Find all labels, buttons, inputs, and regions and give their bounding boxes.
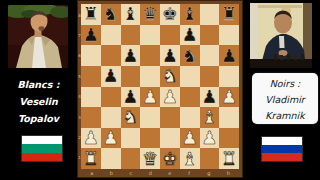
- square-e4: ♟: [160, 87, 180, 108]
- rank-label-2: 2: [78, 127, 81, 147]
- file-label-d: d: [141, 170, 161, 176]
- black-pawn-b5: ♟: [103, 67, 119, 85]
- rank-label-6: 6: [78, 46, 81, 66]
- white-rook-h1: ♜: [221, 150, 237, 168]
- square-e1: ♚: [160, 148, 180, 169]
- square-b1: [101, 148, 121, 169]
- black-bishop-f8: ♝: [182, 5, 198, 23]
- square-c4: ♟: [121, 87, 141, 108]
- square-g6: [200, 45, 220, 66]
- square-f7: ♟: [180, 25, 200, 46]
- square-h4: ♟: [219, 87, 239, 108]
- square-b5: ♟: [101, 66, 121, 87]
- square-d4: ♟: [140, 87, 160, 108]
- file-labels: abcdefgh: [82, 170, 238, 176]
- topalov-portrait-illustration: [8, 5, 68, 68]
- square-h7: [219, 25, 239, 46]
- square-g3: ♝: [200, 107, 220, 128]
- black-knight-f6: ♞: [182, 47, 198, 65]
- board-grid: ♜♞♝♛♚♝♜♟♟♟♟♞♟♟♞♟♟♟♟♟♞♝♟♟♟♟♜♛♚♝♜: [81, 4, 239, 169]
- bulgaria-flag: [22, 136, 62, 161]
- kramnik-portrait-illustration: [250, 3, 312, 68]
- square-f1: ♝: [180, 148, 200, 169]
- black-pawn-c4: ♟: [122, 88, 138, 106]
- black-queen-d8: ♛: [142, 5, 158, 23]
- square-e7: [160, 25, 180, 46]
- black-pawn-f7: ♟: [182, 26, 198, 44]
- square-a5: [81, 66, 101, 87]
- black-player-photo: [250, 3, 312, 68]
- rank-label-1: 1: [78, 148, 81, 168]
- square-b2: ♟: [101, 128, 121, 149]
- file-label-e: e: [160, 170, 180, 176]
- white-last-name: Topalov: [0, 110, 77, 127]
- square-e3: [160, 107, 180, 128]
- file-label-c: c: [121, 170, 141, 176]
- chess-board: 87654321 ♜♞♝♛♚♝♜♟♟♟♟♞♟♟♞♟♟♟♟♟♞♝♟♟♟♟♜♛♚♝♜…: [77, 0, 243, 178]
- white-first-name: Veselin: [0, 93, 77, 110]
- black-pawn-e6: ♟: [162, 47, 178, 65]
- square-c5: [121, 66, 141, 87]
- square-e8: ♚: [160, 4, 180, 25]
- square-g1: [200, 148, 220, 169]
- square-b8: ♞: [101, 4, 121, 25]
- square-e5: ♞: [160, 66, 180, 87]
- square-d5: [140, 66, 160, 87]
- black-knight-b8: ♞: [103, 5, 119, 23]
- black-pawn-c6: ♟: [122, 47, 138, 65]
- square-e2: [160, 128, 180, 149]
- rank-label-5: 5: [78, 66, 81, 86]
- file-label-h: h: [219, 170, 239, 176]
- rank-label-4: 4: [78, 87, 81, 107]
- square-c3: ♞: [121, 107, 141, 128]
- square-f6: ♞: [180, 45, 200, 66]
- video-frame: Blancs : Veselin Topalov Noirs : Vladimi…: [0, 0, 320, 180]
- square-a4: [81, 87, 101, 108]
- file-label-g: g: [199, 170, 219, 176]
- square-c1: [121, 148, 141, 169]
- square-c7: [121, 25, 141, 46]
- flag-stripe: [262, 137, 302, 145]
- square-a7: ♟: [81, 25, 101, 46]
- file-label-a: a: [82, 170, 102, 176]
- square-g2: ♟: [200, 128, 220, 149]
- black-rook-h8: ♜: [221, 5, 237, 23]
- flag-stripe: [262, 145, 302, 153]
- white-pawn-b2: ♟: [103, 129, 119, 147]
- black-king-e8: ♚: [162, 5, 178, 23]
- square-a1: ♜: [81, 148, 101, 169]
- white-bishop-f1: ♝: [182, 150, 198, 168]
- file-label-f: f: [180, 170, 200, 176]
- square-a2: ♟: [81, 128, 101, 149]
- square-g5: [200, 66, 220, 87]
- black-last-name: Kramnik: [252, 108, 318, 124]
- black-pawn-a7: ♟: [83, 26, 99, 44]
- square-c2: [121, 128, 141, 149]
- white-king-e1: ♚: [162, 150, 178, 168]
- white-knight-e5: ♞: [162, 67, 178, 85]
- square-h5: [219, 66, 239, 87]
- white-pawn-e4: ♟: [162, 88, 178, 106]
- black-rook-a8: ♜: [83, 5, 99, 23]
- white-knight-c3: ♞: [122, 108, 138, 126]
- file-label-b: b: [102, 170, 122, 176]
- square-f2: ♟: [180, 128, 200, 149]
- square-a6: [81, 45, 101, 66]
- black-bishop-c8: ♝: [122, 5, 138, 23]
- square-b6: [101, 45, 121, 66]
- square-b4: [101, 87, 121, 108]
- flag-stripe: [22, 144, 62, 152]
- black-first-name: Vladimir: [252, 92, 318, 108]
- white-pawn-h4: ♟: [221, 88, 237, 106]
- square-f3: [180, 107, 200, 128]
- black-pawn-h6: ♟: [221, 47, 237, 65]
- white-pawn-a2: ♟: [83, 129, 99, 147]
- square-h8: ♜: [219, 4, 239, 25]
- flag-stripe: [262, 153, 302, 161]
- square-d1: ♛: [140, 148, 160, 169]
- square-e6: ♟: [160, 45, 180, 66]
- white-pawn-g2: ♟: [201, 129, 217, 147]
- square-g4: ♟: [200, 87, 220, 108]
- white-queen-d1: ♛: [142, 150, 158, 168]
- white-rook-a1: ♜: [83, 150, 99, 168]
- flag-stripe: [22, 136, 62, 144]
- square-a3: [81, 107, 101, 128]
- white-color-label: Blancs :: [0, 76, 77, 93]
- square-a8: ♜: [81, 4, 101, 25]
- white-player-photo: [8, 5, 68, 68]
- square-f5: [180, 66, 200, 87]
- square-d3: [140, 107, 160, 128]
- square-f8: ♝: [180, 4, 200, 25]
- black-color-label: Noirs :: [252, 76, 318, 92]
- square-c6: ♟: [121, 45, 141, 66]
- rank-labels: 87654321: [78, 5, 81, 168]
- square-d7: [140, 25, 160, 46]
- white-bishop-g3: ♝: [201, 108, 217, 126]
- square-d8: ♛: [140, 4, 160, 25]
- square-h1: ♜: [219, 148, 239, 169]
- rank-label-8: 8: [78, 5, 81, 25]
- square-d2: [140, 128, 160, 149]
- square-f4: [180, 87, 200, 108]
- flag-stripe: [22, 153, 62, 161]
- square-g8: [200, 4, 220, 25]
- white-pawn-f2: ♟: [182, 129, 198, 147]
- rank-label-3: 3: [78, 107, 81, 127]
- rank-label-7: 7: [78, 25, 81, 45]
- square-h6: ♟: [219, 45, 239, 66]
- square-d6: [140, 45, 160, 66]
- russia-flag: [262, 137, 302, 161]
- black-pawn-g4: ♟: [201, 88, 217, 106]
- black-player-panel: Noirs : Vladimir Kramnik: [252, 73, 318, 124]
- white-player-panel: Blancs : Veselin Topalov: [0, 76, 77, 127]
- white-pawn-d4: ♟: [142, 88, 158, 106]
- square-g7: [200, 25, 220, 46]
- square-b7: [101, 25, 121, 46]
- square-h2: [219, 128, 239, 149]
- square-c8: ♝: [121, 4, 141, 25]
- square-b3: [101, 107, 121, 128]
- square-h3: [219, 107, 239, 128]
